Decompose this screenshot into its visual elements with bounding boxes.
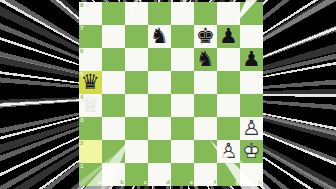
square-c7[interactable] (125, 25, 148, 48)
piece-glyph-fill: ♚ (240, 140, 263, 163)
square-f8[interactable] (194, 2, 217, 25)
square-e6[interactable] (171, 48, 194, 71)
square-c4[interactable] (125, 94, 148, 117)
square-h5[interactable] (240, 71, 263, 94)
rank-label-3: 3 (80, 117, 83, 124)
square-b5[interactable] (102, 71, 125, 94)
rank-label-6: 6 (80, 48, 83, 55)
square-a7[interactable]: 7 (79, 25, 102, 48)
piece-glyph-fill: ♟ (240, 117, 263, 140)
square-e7[interactable] (171, 25, 194, 48)
square-e5[interactable] (171, 71, 194, 94)
square-a5[interactable]: 5♛ (79, 71, 102, 94)
square-g6[interactable] (217, 48, 240, 71)
square-e1[interactable]: e (171, 163, 194, 186)
square-e3[interactable] (171, 117, 194, 140)
square-a3[interactable]: 3 (79, 117, 102, 140)
square-a6[interactable]: 6 (79, 48, 102, 71)
square-e4[interactable] (171, 94, 194, 117)
square-f7[interactable]: ♚ (194, 25, 217, 48)
square-d3[interactable] (148, 117, 171, 140)
square-d5[interactable] (148, 71, 171, 94)
piece-glyph: ♟ (240, 48, 263, 71)
square-g2[interactable]: ♟♙ (217, 140, 240, 163)
square-d8[interactable] (148, 2, 171, 25)
rank-label-7: 7 (80, 25, 83, 32)
piece-glyph-outline: ♔ (240, 140, 263, 163)
piece-glyph: ♟ (217, 25, 240, 48)
square-a1[interactable]: 1a (79, 163, 102, 186)
piece-glyph-outline: ♙ (240, 117, 263, 140)
chess-board[interactable]: 87♞♚♟6♞♟5♛4♛♕3♟♙2♟♙♚♔1abcdefgh (79, 2, 263, 186)
square-e8[interactable] (171, 2, 194, 25)
black-king[interactable]: ♚ (194, 25, 217, 48)
piece-glyph: ♞ (194, 48, 217, 71)
file-label-b: b (120, 179, 124, 186)
square-d2[interactable] (148, 140, 171, 163)
white-pawn[interactable]: ♟♙ (217, 140, 240, 163)
file-label-a: a (98, 179, 101, 186)
square-f6[interactable]: ♞ (194, 48, 217, 71)
square-b7[interactable] (102, 25, 125, 48)
square-a4[interactable]: 4♛♕ (79, 94, 102, 117)
file-label-d: d (166, 179, 170, 186)
black-knight[interactable]: ♞ (194, 48, 217, 71)
square-d6[interactable] (148, 48, 171, 71)
rank-label-1: 1 (80, 163, 83, 170)
piece-glyph-fill: ♛ (79, 94, 102, 117)
square-h6[interactable]: ♟ (240, 48, 263, 71)
rank-label-2: 2 (80, 140, 83, 147)
square-b2[interactable] (102, 140, 125, 163)
square-c1[interactable]: c (125, 163, 148, 186)
square-h1[interactable]: h (240, 163, 263, 186)
square-b4[interactable] (102, 94, 125, 117)
piece-glyph: ♞ (148, 25, 171, 48)
black-pawn[interactable]: ♟ (217, 25, 240, 48)
square-b6[interactable] (102, 48, 125, 71)
square-f4[interactable] (194, 94, 217, 117)
square-g3[interactable] (217, 117, 240, 140)
thumbnail-canvas: 87♞♚♟6♞♟5♛4♛♕3♟♙2♟♙♚♔1abcdefgh (0, 0, 336, 189)
white-king[interactable]: ♚♔ (240, 140, 263, 163)
piece-glyph: ♛ (79, 71, 102, 94)
square-g1[interactable]: g (217, 163, 240, 186)
square-h3[interactable]: ♟♙ (240, 117, 263, 140)
white-pawn[interactable]: ♟♙ (240, 117, 263, 140)
square-f2[interactable] (194, 140, 217, 163)
square-a8[interactable]: 8 (79, 2, 102, 25)
square-b8[interactable] (102, 2, 125, 25)
square-h4[interactable] (240, 94, 263, 117)
ghost-white-queen: ♛♕ (79, 94, 102, 117)
square-h8[interactable] (240, 2, 263, 25)
square-f3[interactable] (194, 117, 217, 140)
piece-glyph-outline: ♕ (79, 94, 102, 117)
square-h7[interactable] (240, 25, 263, 48)
square-g5[interactable] (217, 71, 240, 94)
square-g7[interactable]: ♟ (217, 25, 240, 48)
black-knight[interactable]: ♞ (148, 25, 171, 48)
square-d4[interactable] (148, 94, 171, 117)
square-e2[interactable] (171, 140, 194, 163)
piece-glyph-outline: ♙ (217, 140, 240, 163)
file-label-c: c (144, 179, 147, 186)
square-f5[interactable] (194, 71, 217, 94)
rank-label-8: 8 (80, 2, 83, 9)
black-queen[interactable]: ♛ (79, 71, 102, 94)
square-g4[interactable] (217, 94, 240, 117)
square-d7[interactable]: ♞ (148, 25, 171, 48)
square-c3[interactable] (125, 117, 148, 140)
black-pawn[interactable]: ♟ (240, 48, 263, 71)
square-c2[interactable] (125, 140, 148, 163)
file-label-f: f (214, 179, 216, 186)
square-d1[interactable]: d (148, 163, 171, 186)
square-a2[interactable]: 2 (79, 140, 102, 163)
square-h2[interactable]: ♚♔ (240, 140, 263, 163)
square-g8[interactable] (217, 2, 240, 25)
piece-glyph: ♚ (194, 25, 217, 48)
square-c5[interactable] (125, 71, 148, 94)
file-label-e: e (190, 179, 193, 186)
piece-glyph-fill: ♟ (217, 140, 240, 163)
square-f1[interactable]: f (194, 163, 217, 186)
file-label-h: h (258, 179, 262, 186)
square-b1[interactable]: b (102, 163, 125, 186)
square-b3[interactable] (102, 117, 125, 140)
square-c6[interactable] (125, 48, 148, 71)
file-label-g: g (235, 179, 239, 186)
square-c8[interactable] (125, 2, 148, 25)
